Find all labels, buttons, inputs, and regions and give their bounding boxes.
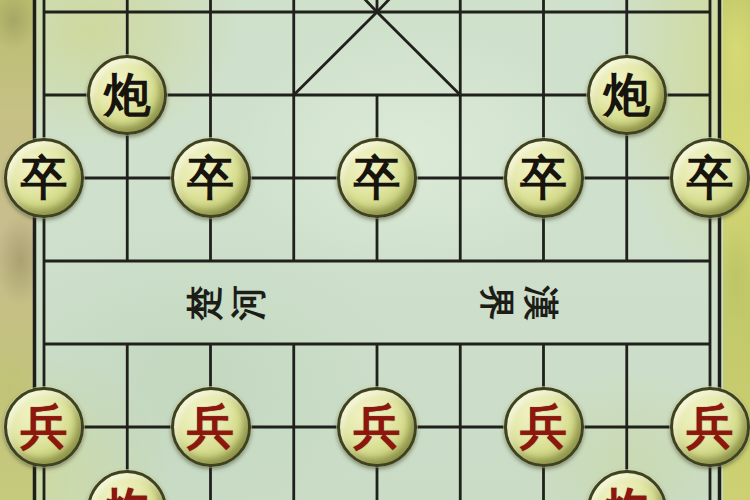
river-label-chu-he: 楚河 [183,263,269,343]
piece-character: 兵 [187,403,234,450]
piece-character: 炮 [603,71,650,118]
river-character: 楚 [184,283,224,323]
black-soldier-piece[interactable]: 卒 [337,138,417,218]
river-label-han-jie: 界漢 [476,263,562,343]
red-soldier-piece[interactable]: 兵 [670,387,750,467]
black-soldier-piece[interactable]: 卒 [670,138,750,218]
red-soldier-piece[interactable]: 兵 [4,387,84,467]
piece-character: 炮 [104,486,151,500]
piece-character: 兵 [520,403,567,450]
black-soldier-piece[interactable]: 卒 [4,138,84,218]
red-soldier-piece[interactable]: 兵 [337,387,417,467]
black-soldier-piece[interactable]: 卒 [504,138,584,218]
black-cannon-piece[interactable]: 炮 [587,55,667,135]
piece-character: 兵 [354,403,401,450]
piece-character: 卒 [687,154,734,201]
piece-character: 卒 [520,154,567,201]
piece-character: 卒 [354,154,401,201]
piece-character: 兵 [687,403,734,450]
piece-character: 炮 [104,71,151,118]
black-soldier-piece[interactable]: 卒 [171,138,251,218]
black-cannon-piece[interactable]: 炮 [87,55,167,135]
xiangqi-board: 楚河 界漢 炮炮卒卒卒卒卒兵兵兵兵兵炮炮 [0,0,750,500]
piece-character: 卒 [21,154,68,201]
red-soldier-piece[interactable]: 兵 [171,387,251,467]
river-character: 界 [477,283,517,323]
river-character: 河 [228,283,268,323]
piece-character: 兵 [21,403,68,450]
palace-diagonals [294,0,461,95]
piece-character: 炮 [603,486,650,500]
piece-character: 卒 [187,154,234,201]
river-character: 漢 [521,283,561,323]
red-soldier-piece[interactable]: 兵 [504,387,584,467]
